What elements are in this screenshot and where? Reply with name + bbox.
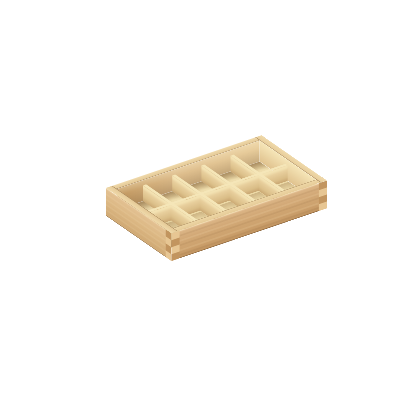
- product-photo-canvas: [0, 0, 420, 420]
- finger-joints-front-left: [171, 230, 179, 261]
- finger-joints-front-right: [319, 180, 327, 211]
